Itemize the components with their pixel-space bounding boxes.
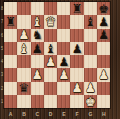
square-f8[interactable]: ♜ xyxy=(70,2,83,15)
black-rook[interactable]: ♜ xyxy=(5,16,16,28)
white-bishop[interactable]: ♝ xyxy=(32,16,43,28)
square-f3[interactable] xyxy=(70,68,83,81)
square-g2[interactable]: ♟ xyxy=(84,82,97,95)
white-pawn[interactable]: ♟ xyxy=(72,82,83,94)
square-a2[interactable] xyxy=(4,82,17,95)
square-e3[interactable]: ♟ xyxy=(57,68,70,81)
file-label-b: B xyxy=(17,110,30,119)
square-c1[interactable] xyxy=(31,95,44,108)
black-bishop[interactable]: ♝ xyxy=(85,16,96,28)
square-a4[interactable] xyxy=(4,55,17,68)
square-d2[interactable] xyxy=(44,82,57,95)
black-pawn[interactable]: ♟ xyxy=(98,29,109,41)
square-g7[interactable]: ♝ xyxy=(84,15,97,28)
file-label-d: D xyxy=(44,110,57,119)
file-label-g: G xyxy=(84,110,97,119)
black-king[interactable]: ♚ xyxy=(98,3,109,15)
square-g5[interactable] xyxy=(84,42,97,55)
white-queen[interactable]: ♛ xyxy=(45,16,56,28)
square-e4[interactable]: ♟ xyxy=(57,55,70,68)
square-h4[interactable] xyxy=(97,55,110,68)
square-c8[interactable] xyxy=(31,2,44,15)
black-pawn[interactable]: ♟ xyxy=(98,16,109,28)
square-h7[interactable]: ♟ xyxy=(97,15,110,28)
square-e7[interactable] xyxy=(57,15,70,28)
file-label-a: A xyxy=(4,110,17,119)
square-c4[interactable] xyxy=(31,55,44,68)
square-b5[interactable]: ♝ xyxy=(17,42,30,55)
square-a7[interactable]: ♜ xyxy=(4,15,17,28)
white-pawn[interactable]: ♟ xyxy=(32,69,43,81)
square-b7[interactable] xyxy=(17,15,30,28)
square-f2[interactable]: ♟ xyxy=(70,82,83,95)
square-h2[interactable] xyxy=(97,82,110,95)
square-f6[interactable] xyxy=(70,29,83,42)
square-e6[interactable] xyxy=(57,29,70,42)
square-b1[interactable] xyxy=(17,95,30,108)
file-label-f: F xyxy=(70,110,83,119)
black-pawn[interactable]: ♟ xyxy=(58,56,69,68)
square-c7[interactable]: ♝ xyxy=(31,15,44,28)
square-b3[interactable] xyxy=(17,68,30,81)
square-h8[interactable]: ♚ xyxy=(97,2,110,15)
square-g8[interactable] xyxy=(84,2,97,15)
square-h6[interactable]: ♟ xyxy=(97,29,110,42)
square-b2[interactable]: ♛ xyxy=(17,82,30,95)
square-d6[interactable] xyxy=(44,29,57,42)
square-b4[interactable] xyxy=(17,55,30,68)
white-pawn[interactable]: ♟ xyxy=(85,82,96,94)
square-a5[interactable] xyxy=(4,42,17,55)
square-g4[interactable] xyxy=(84,55,97,68)
square-d7[interactable]: ♛ xyxy=(44,15,57,28)
black-queen[interactable]: ♛ xyxy=(19,82,30,94)
white-pawn[interactable]: ♟ xyxy=(45,56,56,68)
square-e8[interactable] xyxy=(57,2,70,15)
square-d8[interactable] xyxy=(44,2,57,15)
white-pawn[interactable]: ♟ xyxy=(19,29,30,41)
square-a3[interactable] xyxy=(4,68,17,81)
square-h1[interactable] xyxy=(97,95,110,108)
black-pawn[interactable]: ♟ xyxy=(32,43,43,55)
square-g3[interactable] xyxy=(84,68,97,81)
square-a6[interactable] xyxy=(4,29,17,42)
file-label-c: C xyxy=(31,110,44,119)
square-f7[interactable] xyxy=(70,15,83,28)
square-b8[interactable] xyxy=(17,2,30,15)
white-pawn[interactable]: ♟ xyxy=(98,69,109,81)
square-d5[interactable]: ♝ xyxy=(44,42,57,55)
square-c5[interactable]: ♟ xyxy=(31,42,44,55)
chessboard[interactable]: ♜♚♜♝♛♝♟♟♞♟♝♟♝♟♟♟♟♟♟♛♟♟♚ xyxy=(4,2,110,108)
black-knight[interactable]: ♞ xyxy=(32,29,43,41)
square-d3[interactable] xyxy=(44,68,57,81)
square-e2[interactable] xyxy=(57,82,70,95)
square-h3[interactable]: ♟ xyxy=(97,68,110,81)
file-labels: ABCDEFGH xyxy=(4,110,110,119)
square-f5[interactable]: ♟ xyxy=(70,42,83,55)
square-b6[interactable]: ♟ xyxy=(17,29,30,42)
square-d4[interactable]: ♟ xyxy=(44,55,57,68)
white-pawn[interactable]: ♟ xyxy=(58,69,69,81)
square-c2[interactable] xyxy=(31,82,44,95)
square-f1[interactable] xyxy=(70,95,83,108)
chess-board-diagram: 87654321 ♜♚♜♝♛♝♟♟♞♟♝♟♝♟♟♟♟♟♟♛♟♟♚ ABCDEFG… xyxy=(0,0,120,119)
black-bishop[interactable]: ♝ xyxy=(45,43,56,55)
square-f4[interactable] xyxy=(70,55,83,68)
white-king[interactable]: ♚ xyxy=(85,96,96,108)
square-c3[interactable]: ♟ xyxy=(31,68,44,81)
square-g1[interactable]: ♚ xyxy=(84,95,97,108)
square-e1[interactable] xyxy=(57,95,70,108)
square-e5[interactable] xyxy=(57,42,70,55)
file-label-e: E xyxy=(57,110,70,119)
black-rook[interactable]: ♜ xyxy=(72,3,83,15)
square-d1[interactable] xyxy=(44,95,57,108)
file-label-h: H xyxy=(97,110,110,119)
white-bishop[interactable]: ♝ xyxy=(19,43,30,55)
square-c6[interactable]: ♞ xyxy=(31,29,44,42)
square-h5[interactable] xyxy=(97,42,110,55)
black-pawn[interactable]: ♟ xyxy=(72,43,83,55)
square-a1[interactable] xyxy=(4,95,17,108)
square-g6[interactable] xyxy=(84,29,97,42)
square-a8[interactable] xyxy=(4,2,17,15)
